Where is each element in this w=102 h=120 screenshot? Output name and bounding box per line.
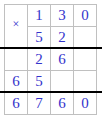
multiplication-worksheet: × 1 3 0 5 2 2 6 6 5 6 7 6 0 bbox=[0, 0, 102, 120]
cell-r1-c4-multiplicand-digit: 0 bbox=[74, 5, 97, 27]
multiply-operator-cell: × bbox=[5, 5, 28, 49]
cell-r2-c4-empty bbox=[74, 27, 97, 49]
multiplication-grid: × 1 3 0 5 2 2 6 6 5 6 7 6 0 bbox=[4, 4, 97, 115]
cell-r3-c4-empty bbox=[74, 49, 97, 71]
cell-r1-c3-multiplicand-digit: 3 bbox=[51, 5, 74, 27]
cell-r3-c3-partial1-digit: 6 bbox=[51, 49, 74, 71]
cell-r5-c4-product-digit: 0 bbox=[74, 93, 97, 115]
cell-r5-c1-product-digit: 6 bbox=[5, 93, 28, 115]
cell-r3-c2-partial1-digit: 2 bbox=[28, 49, 51, 71]
cell-r4-c3-empty bbox=[51, 71, 74, 93]
cell-r2-c3-multiplier-digit: 2 bbox=[51, 27, 74, 49]
cell-r3-c1-empty bbox=[5, 49, 28, 71]
cell-r2-c2-multiplier-digit: 5 bbox=[28, 27, 51, 49]
cell-r4-c1-partial2-digit: 6 bbox=[5, 71, 28, 93]
cell-r4-c4-empty bbox=[74, 71, 97, 93]
rule-above-product bbox=[0, 91, 102, 93]
multiply-sign: × bbox=[13, 18, 20, 30]
rule-below-factors bbox=[0, 47, 102, 49]
cell-r4-c2-partial2-digit: 5 bbox=[28, 71, 51, 93]
cell-r5-c3-product-digit: 6 bbox=[51, 93, 74, 115]
cell-r5-c2-product-digit: 7 bbox=[28, 93, 51, 115]
cell-r1-c2-multiplicand-digit: 1 bbox=[28, 5, 51, 27]
